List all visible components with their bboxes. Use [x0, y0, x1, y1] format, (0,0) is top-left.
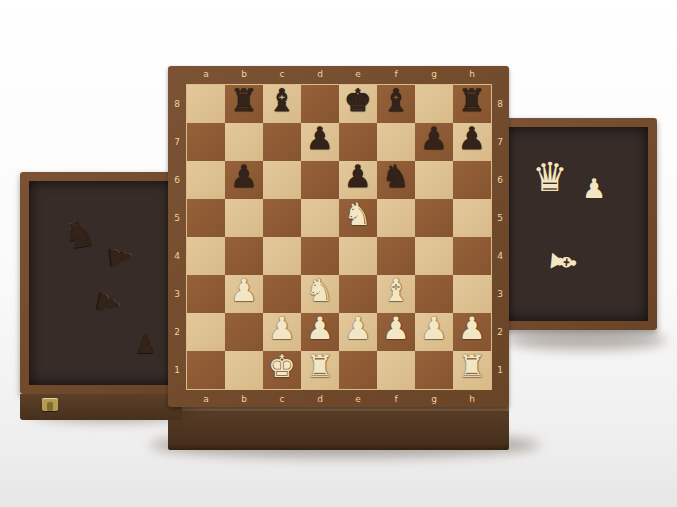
coord-label: 1 — [494, 351, 506, 389]
square-d7[interactable]: ♟ — [301, 123, 339, 161]
coord-label: 4 — [171, 237, 183, 275]
coord-label: 2 — [171, 313, 183, 351]
piece-white-knight[interactable]: ♞ — [301, 269, 339, 311]
square-h1[interactable]: ♜ — [453, 351, 491, 389]
file-labels-top: abcdefgh — [187, 69, 491, 79]
captured-white-queen[interactable]: ♛ — [532, 157, 568, 197]
product-photo-chess-set: { "game": "chess", "scene_description": … — [0, 0, 677, 507]
square-a1[interactable] — [187, 351, 225, 389]
square-f1[interactable] — [377, 351, 415, 389]
box-front-edge — [168, 404, 509, 450]
piece-white-rook[interactable]: ♜ — [301, 345, 339, 387]
square-b8[interactable]: ♜ — [225, 85, 263, 123]
captured-black-pawn-lying[interactable]: ♟ — [104, 243, 134, 271]
square-a3[interactable] — [187, 275, 225, 313]
board-frame: ♜♝♚♝♜♟♟♟♟♟♞♞♟♞♝♟♟♟♟♟♟♚♜♜ abcdefgh abcdef… — [168, 66, 509, 407]
square-e1[interactable] — [339, 351, 377, 389]
coord-label: 8 — [494, 85, 506, 123]
piece-black-bishop[interactable]: ♝ — [263, 79, 301, 121]
right-drawer-tray[interactable]: ♛♟♝ — [497, 118, 657, 330]
coord-label: f — [377, 69, 415, 79]
square-g1[interactable] — [415, 351, 453, 389]
square-c8[interactable]: ♝ — [263, 85, 301, 123]
coord-label: 7 — [171, 123, 183, 161]
piece-white-pawn[interactable]: ♟ — [263, 307, 301, 349]
square-h6[interactable] — [453, 161, 491, 199]
piece-black-pawn[interactable]: ♟ — [415, 117, 453, 159]
coord-label: d — [301, 394, 339, 404]
coord-label: h — [453, 69, 491, 79]
coord-label: a — [187, 394, 225, 404]
piece-white-pawn[interactable]: ♟ — [453, 307, 491, 349]
square-b3[interactable]: ♟ — [225, 275, 263, 313]
square-e8[interactable]: ♚ — [339, 85, 377, 123]
coord-label: g — [415, 394, 453, 404]
coord-label: 3 — [171, 275, 183, 313]
coord-label: c — [263, 69, 301, 79]
piece-white-bishop[interactable]: ♝ — [377, 269, 415, 311]
left-drawer-felt: ♞♟♟♟ — [29, 181, 173, 385]
board-grid: ♜♝♚♝♜♟♟♟♟♟♞♞♟♞♝♟♟♟♟♟♟♚♜♜ — [187, 85, 491, 389]
piece-black-pawn[interactable]: ♟ — [301, 117, 339, 159]
square-c5[interactable] — [263, 199, 301, 237]
coord-label: b — [225, 69, 263, 79]
square-c7[interactable] — [263, 123, 301, 161]
square-a5[interactable] — [187, 199, 225, 237]
coord-label: d — [301, 69, 339, 79]
square-a6[interactable] — [187, 161, 225, 199]
square-b1[interactable] — [225, 351, 263, 389]
square-h7[interactable]: ♟ — [453, 123, 491, 161]
square-d1[interactable]: ♜ — [301, 351, 339, 389]
coord-label: 2 — [494, 313, 506, 351]
coord-label: 1 — [171, 351, 183, 389]
coord-label: 7 — [494, 123, 506, 161]
square-d6[interactable] — [301, 161, 339, 199]
right-drawer-shadow — [506, 330, 666, 350]
captured-white-bishop-lying[interactable]: ♝ — [545, 245, 582, 279]
square-h4[interactable] — [453, 237, 491, 275]
coord-label: 3 — [494, 275, 506, 313]
captured-black-pawn-lying[interactable]: ♟ — [91, 288, 124, 318]
square-e4[interactable] — [339, 237, 377, 275]
square-h5[interactable] — [453, 199, 491, 237]
file-labels-bottom: abcdefgh — [187, 394, 491, 404]
square-c6[interactable] — [263, 161, 301, 199]
square-b2[interactable] — [225, 313, 263, 351]
square-a2[interactable] — [187, 313, 225, 351]
square-d5[interactable] — [301, 199, 339, 237]
rank-labels-left: 87654321 — [171, 85, 183, 389]
square-f2[interactable]: ♟ — [377, 313, 415, 351]
square-c4[interactable] — [263, 237, 301, 275]
coord-label: 5 — [494, 199, 506, 237]
piece-white-pawn[interactable]: ♟ — [301, 307, 339, 349]
square-c1[interactable]: ♚ — [263, 351, 301, 389]
chess-board: ♜♝♚♝♜♟♟♟♟♟♞♞♟♞♝♟♟♟♟♟♟♚♜♜ — [186, 84, 492, 390]
piece-white-pawn[interactable]: ♟ — [339, 307, 377, 349]
coord-label: 6 — [171, 161, 183, 199]
square-a8[interactable] — [187, 85, 225, 123]
piece-black-king[interactable]: ♚ — [339, 79, 377, 121]
square-f6[interactable]: ♞ — [377, 161, 415, 199]
captured-white-pawn[interactable]: ♟ — [582, 175, 606, 202]
coord-label: 8 — [171, 85, 183, 123]
left-drawer-tray[interactable]: ♞♟♟♟ — [20, 172, 182, 394]
square-b5[interactable] — [225, 199, 263, 237]
piece-white-pawn[interactable]: ♟ — [415, 307, 453, 349]
piece-black-pawn[interactable]: ♟ — [339, 155, 377, 197]
piece-white-pawn[interactable]: ♟ — [377, 307, 415, 349]
square-a4[interactable] — [187, 237, 225, 275]
coord-label: e — [339, 69, 377, 79]
coord-label: g — [415, 69, 453, 79]
piece-white-pawn[interactable]: ♟ — [225, 269, 263, 311]
coord-label: b — [225, 394, 263, 404]
coord-label: h — [453, 394, 491, 404]
square-g7[interactable]: ♟ — [415, 123, 453, 161]
piece-black-rook[interactable]: ♜ — [225, 79, 263, 121]
rank-labels-right: 87654321 — [494, 85, 506, 389]
square-b6[interactable]: ♟ — [225, 161, 263, 199]
coord-label: 6 — [494, 161, 506, 199]
square-g2[interactable]: ♟ — [415, 313, 453, 351]
square-g5[interactable] — [415, 199, 453, 237]
piece-white-king[interactable]: ♚ — [263, 345, 301, 387]
square-f8[interactable]: ♝ — [377, 85, 415, 123]
square-e5[interactable]: ♞ — [339, 199, 377, 237]
brass-latch-icon[interactable] — [42, 398, 58, 411]
square-f5[interactable] — [377, 199, 415, 237]
coord-label: c — [263, 394, 301, 404]
square-g6[interactable] — [415, 161, 453, 199]
coord-label: f — [377, 394, 415, 404]
coord-label: 5 — [171, 199, 183, 237]
piece-black-rook[interactable]: ♜ — [453, 79, 491, 121]
square-a7[interactable] — [187, 123, 225, 161]
piece-black-bishop[interactable]: ♝ — [377, 79, 415, 121]
piece-black-pawn[interactable]: ♟ — [225, 155, 263, 197]
piece-white-knight[interactable]: ♞ — [339, 193, 377, 235]
piece-white-rook[interactable]: ♜ — [453, 345, 491, 387]
square-g4[interactable] — [415, 237, 453, 275]
square-e2[interactable]: ♟ — [339, 313, 377, 351]
right-drawer-felt: ♛♟♝ — [506, 127, 648, 321]
coord-label: a — [187, 69, 225, 79]
coord-label: e — [339, 394, 377, 404]
piece-black-knight[interactable]: ♞ — [377, 155, 415, 197]
coord-label: 4 — [494, 237, 506, 275]
piece-black-pawn[interactable]: ♟ — [453, 117, 491, 159]
captured-black-knight[interactable]: ♞ — [61, 215, 98, 255]
captured-black-pawn[interactable]: ♟ — [133, 331, 156, 357]
